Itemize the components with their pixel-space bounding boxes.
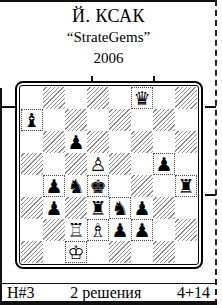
square-d2: ♗	[87, 219, 109, 241]
square-c1: ♔	[65, 241, 87, 263]
square-h6	[175, 131, 197, 153]
square-b5	[43, 153, 65, 175]
black-pawn-b4-icon: ♟	[45, 175, 62, 197]
square-b7	[43, 109, 65, 131]
black-pawn-b3-icon: ♟	[45, 197, 62, 219]
scanned-problem-page: Й. КСАК “StrateGems” 2006 ♛♝♟♙♟♟♞♚♜♟♜♞♟♖…	[0, 0, 222, 305]
black-queen-f8-icon: ♛	[133, 87, 150, 109]
square-h3	[175, 197, 197, 219]
black-pawn-f3-icon: ♟	[133, 197, 150, 219]
black-pawn-g5-icon: ♟	[155, 153, 172, 175]
gridline-tick-right-2	[205, 194, 216, 196]
square-g6	[153, 131, 175, 153]
square-g2	[153, 219, 175, 241]
publication-year: 2006	[0, 48, 217, 68]
square-d7	[87, 109, 109, 131]
white-king-c1-icon: ♔	[67, 241, 84, 263]
page-border-bottom	[0, 301, 217, 305]
square-d1	[87, 241, 109, 263]
square-b3: ♟	[43, 197, 65, 219]
solutions-label: 2 решения	[70, 284, 141, 302]
black-pawn-f2-icon: ♟	[133, 219, 150, 241]
square-e1	[109, 241, 131, 263]
square-e6	[109, 131, 131, 153]
square-e8	[109, 87, 131, 109]
square-d3: ♜	[87, 197, 109, 219]
black-rook-h4-icon: ♜	[177, 175, 194, 197]
square-f3: ♟	[131, 197, 153, 219]
square-f8: ♛	[131, 87, 153, 109]
chessboard: ♛♝♟♙♟♟♞♚♜♟♜♞♟♖♗♟♟♔	[21, 87, 197, 263]
square-a2	[21, 219, 43, 241]
square-e4	[109, 175, 131, 197]
source-publication: “StrateGems”	[0, 27, 217, 48]
square-g7	[153, 109, 175, 131]
square-a1	[21, 241, 43, 263]
square-d6	[87, 131, 109, 153]
page-border-top	[0, 0, 217, 2]
square-d4: ♚	[87, 175, 109, 197]
square-d8	[87, 87, 109, 109]
square-h2	[175, 219, 197, 241]
square-a4	[21, 175, 43, 197]
square-h5	[175, 153, 197, 175]
square-d5: ♙	[87, 153, 109, 175]
square-b4: ♟	[43, 175, 65, 197]
black-bishop-a7-icon: ♝	[23, 109, 40, 131]
square-a3	[21, 197, 43, 219]
white-pawn-d5-icon: ♙	[89, 153, 106, 175]
square-g3	[153, 197, 175, 219]
black-pawn-e2-icon: ♟	[111, 219, 128, 241]
square-c2: ♖	[65, 219, 87, 241]
black-rook-d3-icon: ♜	[89, 197, 106, 219]
square-b2	[43, 219, 65, 241]
square-a6	[21, 131, 43, 153]
square-f7	[131, 109, 153, 131]
stipulation-label: H#3	[7, 284, 35, 302]
square-h8	[175, 87, 197, 109]
square-e2: ♟	[109, 219, 131, 241]
square-g8	[153, 87, 175, 109]
square-f4	[131, 175, 153, 197]
square-h1	[175, 241, 197, 263]
square-f1	[131, 241, 153, 263]
black-knight-c4-icon: ♞	[67, 175, 84, 197]
chessboard-frame: ♛♝♟♙♟♟♞♚♜♟♜♞♟♖♗♟♟♔	[15, 81, 203, 269]
square-h4: ♜	[175, 175, 197, 197]
gridline-tick-left	[0, 106, 16, 108]
gridline-tick-right-1	[205, 106, 216, 108]
square-a7: ♝	[21, 109, 43, 131]
white-rook-c2-icon: ♖	[67, 219, 84, 241]
page-border-left	[0, 88, 2, 305]
chessboard-inner-frame: ♛♝♟♙♟♟♞♚♜♟♜♞♟♖♗♟♟♔	[19, 85, 199, 265]
square-b8	[43, 87, 65, 109]
white-bishop-d2-icon: ♗	[89, 219, 106, 241]
square-g4	[153, 175, 175, 197]
square-c4: ♞	[65, 175, 87, 197]
square-a8	[21, 87, 43, 109]
square-b1	[43, 241, 65, 263]
square-c3	[65, 197, 87, 219]
square-g5: ♟	[153, 153, 175, 175]
square-b6	[43, 131, 65, 153]
square-c5	[65, 153, 87, 175]
square-e5	[109, 153, 131, 175]
diagram-header: Й. КСАК “StrateGems” 2006	[0, 5, 217, 68]
black-knight-e3-icon: ♞	[111, 197, 128, 219]
black-pawn-c6-icon: ♟	[67, 131, 84, 153]
square-f5	[131, 153, 153, 175]
square-g1	[153, 241, 175, 263]
square-f2: ♟	[131, 219, 153, 241]
square-c8	[65, 87, 87, 109]
square-e3: ♞	[109, 197, 131, 219]
square-h7	[175, 109, 197, 131]
square-f6	[131, 131, 153, 153]
author-name: Й. КСАК	[0, 5, 217, 27]
material-count-label: 4+14	[177, 284, 210, 302]
square-c7	[65, 109, 87, 131]
square-e7	[109, 109, 131, 131]
black-king-d4-icon: ♚	[89, 175, 106, 197]
square-c6: ♟	[65, 131, 87, 153]
square-a5	[21, 153, 43, 175]
